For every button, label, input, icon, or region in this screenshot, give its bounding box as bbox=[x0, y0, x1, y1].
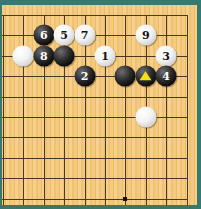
grid-line-vertical bbox=[166, 15, 167, 205]
grid-line-horizontal bbox=[2, 178, 188, 179]
stone-white bbox=[13, 45, 34, 66]
grid-line-horizontal bbox=[2, 97, 188, 98]
go-diagram: 657981324 bbox=[0, 0, 201, 209]
grid-line-horizontal bbox=[2, 117, 188, 118]
star-point bbox=[123, 197, 127, 201]
stone-white bbox=[135, 107, 156, 128]
stone-white-7: 7 bbox=[74, 25, 95, 46]
stone-black-6: 6 bbox=[33, 25, 54, 46]
stone-white-5: 5 bbox=[54, 25, 75, 46]
grid-line-horizontal bbox=[2, 15, 188, 16]
grid-line-vertical bbox=[23, 15, 24, 205]
grid-line-vertical bbox=[3, 15, 4, 205]
grid-line-horizontal bbox=[2, 137, 188, 138]
grid-line-horizontal bbox=[2, 158, 188, 159]
stone-black-4: 4 bbox=[156, 66, 177, 87]
stone-white-3: 3 bbox=[156, 45, 177, 66]
stone-black-2: 2 bbox=[74, 66, 95, 87]
stone-black bbox=[54, 45, 75, 66]
grid-line-vertical bbox=[125, 15, 126, 205]
go-board[interactable]: 657981324 bbox=[2, 5, 197, 205]
stone-black-8: 8 bbox=[33, 45, 54, 66]
triangle-marker-icon bbox=[140, 71, 152, 80]
grid-line-vertical bbox=[187, 15, 188, 205]
stone-white-1: 1 bbox=[95, 45, 116, 66]
grid-line-vertical bbox=[105, 15, 106, 205]
stone-black bbox=[135, 66, 156, 87]
grid-line-horizontal bbox=[2, 199, 188, 200]
stone-black bbox=[115, 66, 136, 87]
stone-white-9: 9 bbox=[135, 25, 156, 46]
